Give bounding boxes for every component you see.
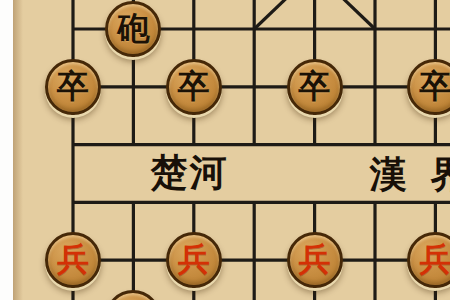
- red-soldier-a-glyph: 兵: [57, 243, 89, 275]
- red-soldier-e-glyph: 兵: [299, 243, 331, 275]
- red-soldier-e[interactable]: 兵: [287, 232, 343, 288]
- black-soldier-c[interactable]: 卒: [166, 59, 222, 115]
- red-soldier-a[interactable]: 兵: [45, 232, 101, 288]
- black-soldier-a[interactable]: 卒: [45, 59, 101, 115]
- river-label-char: 漢: [370, 156, 407, 193]
- red-soldier-c-glyph: 兵: [178, 243, 210, 275]
- black-soldier-e-glyph: 卒: [299, 70, 331, 102]
- red-soldier-g-glyph: 兵: [419, 243, 450, 275]
- black-soldier-g-glyph: 卒: [419, 70, 450, 102]
- black-soldier-c-glyph: 卒: [178, 70, 210, 102]
- river-label-char: 楚: [151, 154, 188, 191]
- black-soldier-a-glyph: 卒: [57, 70, 89, 102]
- river-label-char: 河: [190, 154, 227, 191]
- black-soldier-e[interactable]: 卒: [287, 59, 343, 115]
- red-soldier-c[interactable]: 兵: [166, 232, 222, 288]
- black-cannon[interactable]: 砲: [105, 1, 161, 57]
- xiangqi-screenshot: 楚河漢界 砲卒卒卒卒兵兵兵兵炮: [0, 0, 450, 300]
- black-cannon-glyph: 砲: [117, 12, 149, 44]
- river-label-char: 界: [431, 156, 450, 193]
